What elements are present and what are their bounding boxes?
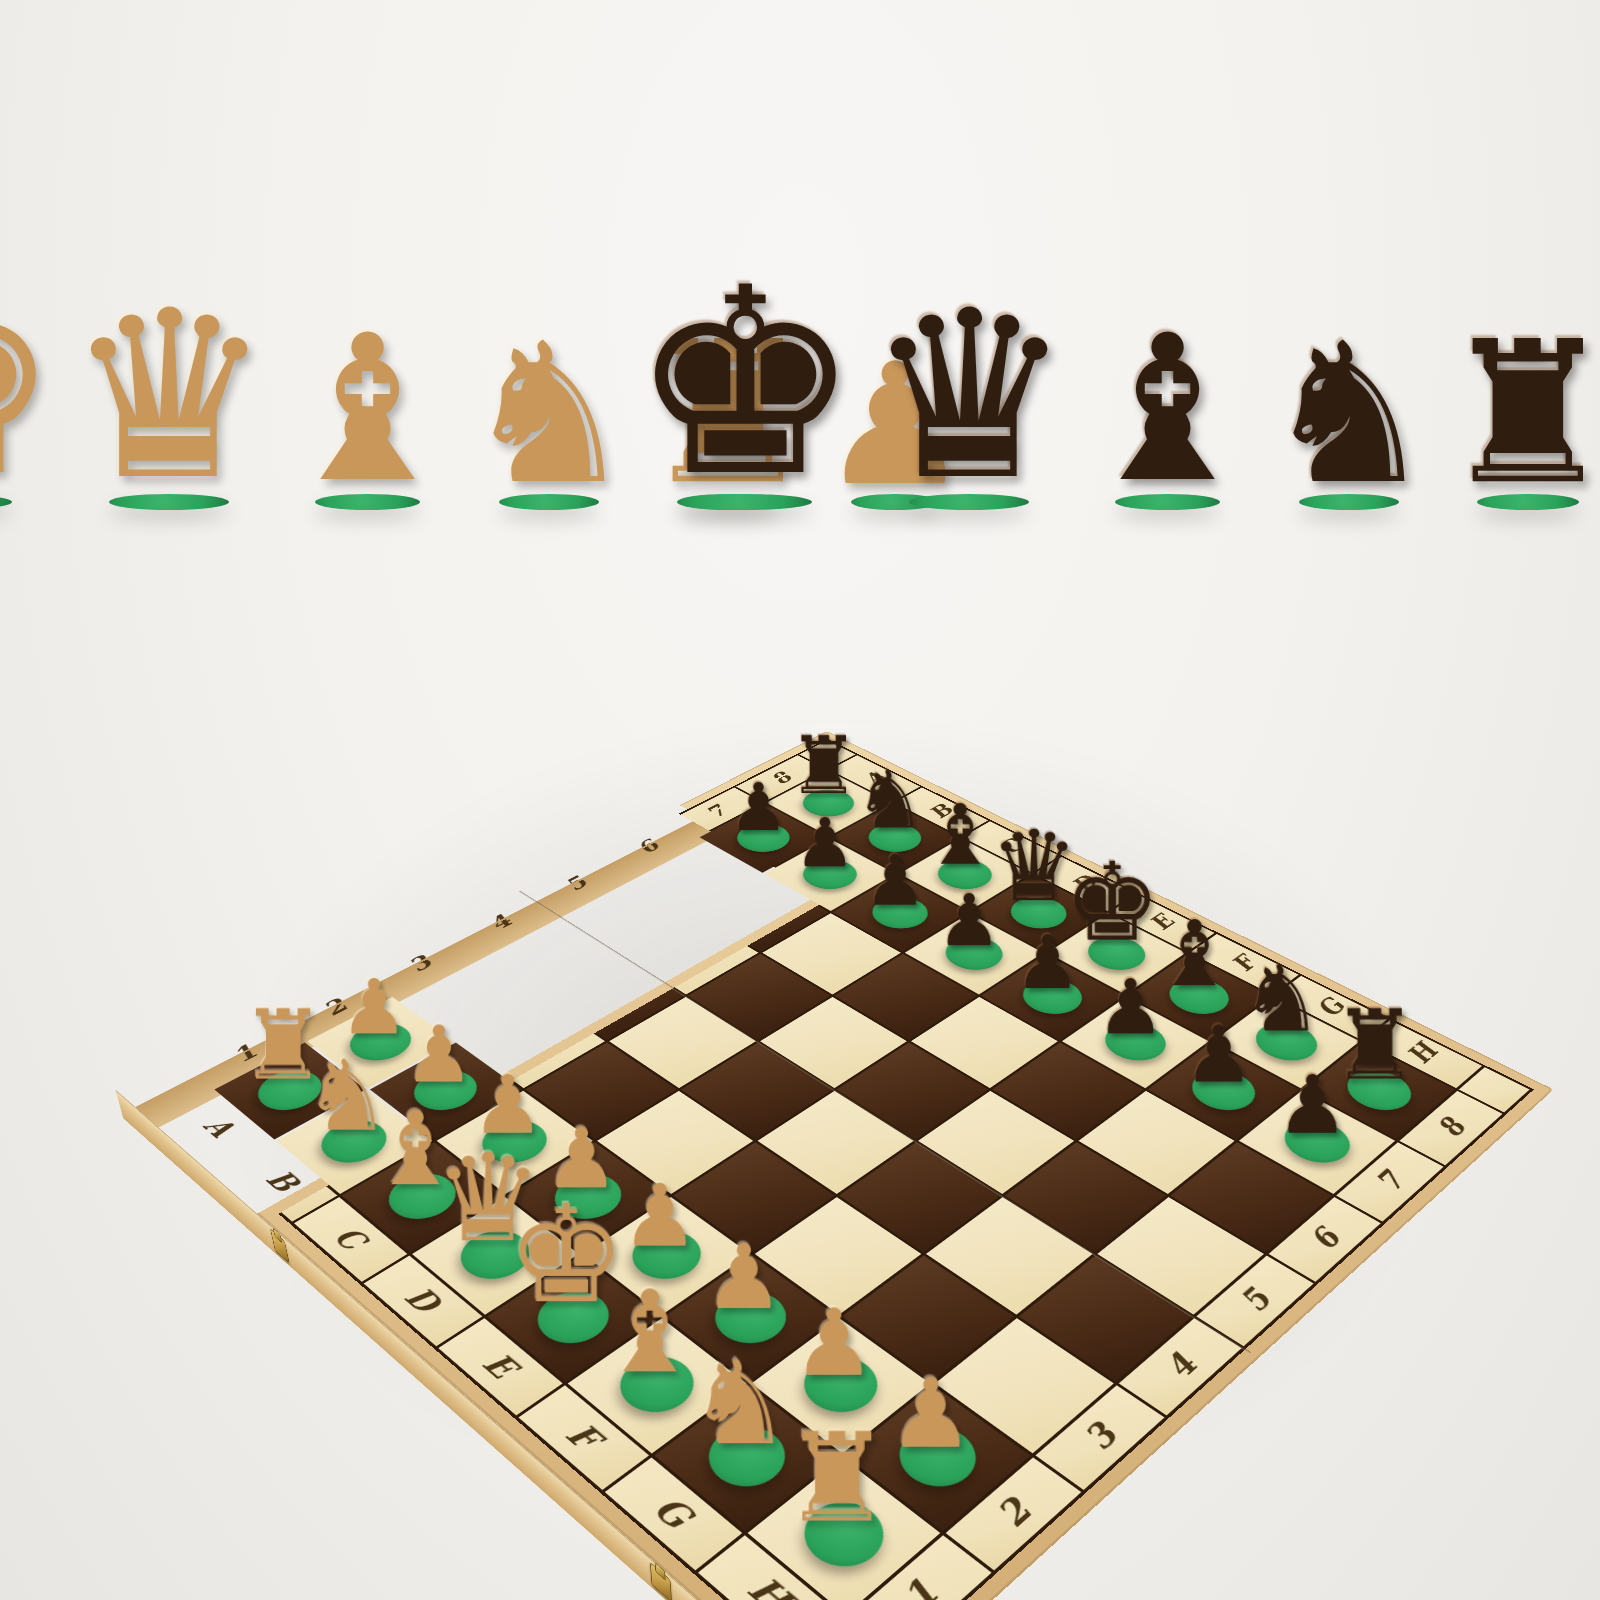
green-felt-base	[678, 494, 812, 510]
black-bishop-c8: ♝	[922, 793, 997, 876]
white-knight-g1: ♞	[687, 1345, 792, 1462]
rank-label: 7	[1369, 1167, 1411, 1194]
lineup-black: ♚♛♝♞♜♟	[800, 64, 1600, 510]
rank-label: 6	[1303, 1224, 1346, 1253]
white-pawn-a2: ♟	[340, 969, 408, 1045]
green-felt-base	[109, 494, 230, 510]
lineup-white-knight: ♞	[462, 322, 636, 510]
rank-label: 1	[895, 1574, 946, 1600]
black-bishop-figurine: ♝	[1077, 314, 1258, 506]
black-pawn-c7: ♟	[864, 846, 926, 916]
file-label: D	[398, 1283, 446, 1317]
green-felt-base	[1115, 494, 1220, 510]
lineup-black-knight: ♞	[1262, 322, 1436, 510]
lineup-black-queen: ♛	[865, 286, 1073, 510]
black-pawn-g7: ♟	[1183, 1015, 1253, 1093]
black-pawn-d7: ♟	[937, 884, 1001, 956]
white-bishop-f1: ♝	[598, 1275, 700, 1389]
white-pawn-h2: ♟	[888, 1365, 974, 1461]
white-pawn-e2: ♟	[621, 1173, 698, 1259]
lineup-white-queen: ♛	[65, 286, 273, 510]
black-knight-b8: ♞	[854, 760, 926, 840]
rank-label: 4	[1158, 1349, 1204, 1383]
lineup-black-rook: ♜	[1440, 320, 1600, 510]
rank-label: 4	[483, 913, 517, 933]
rank-label: 6	[632, 838, 664, 856]
lineup-black-king: ♚	[630, 261, 861, 510]
black-queen-figurine: ♛	[865, 286, 1073, 506]
white-pawn-b2: ♟	[404, 1015, 474, 1093]
black-rook-a8: ♜	[788, 726, 859, 805]
black-king-figurine: ♚	[630, 261, 861, 506]
white-knight-figurine: ♞	[462, 322, 636, 506]
black-knight-figurine: ♞	[1262, 322, 1436, 506]
white-pawn-g2: ♟	[792, 1296, 875, 1388]
black-pawn-e7: ♟	[1014, 925, 1080, 999]
file-label: G	[646, 1491, 699, 1534]
lineup-white-king: ♚	[0, 261, 61, 510]
board-scene: ABCDEFGH8♜♞♝♛♚♝♞♜87♟♟♟♟♟♟♟♟7665544332♟♟♟…	[0, 560, 1600, 1600]
product-photo: ♚♛♝♞♜♟ ♚♛♝♞♜♟ ABCDEFGH8♜♞♝♛♚♝♞♜87♟♟♟♟♟♟♟…	[0, 0, 1600, 1600]
file-label: B	[260, 1166, 305, 1196]
rank-label: 7	[701, 803, 733, 820]
black-pawn-a7: ♟	[729, 774, 788, 840]
file-label: F	[559, 1418, 607, 1454]
green-felt-base	[499, 494, 600, 510]
rank-label: 2	[990, 1493, 1039, 1532]
green-felt-base	[909, 494, 1030, 510]
black-bishop-f8: ♝	[1153, 908, 1234, 999]
black-rook-figurine: ♜	[1440, 320, 1600, 506]
piece-lineups: ♚♛♝♞♜♟ ♚♛♝♞♜♟	[0, 64, 1600, 510]
black-pawn-h7: ♟	[1276, 1064, 1348, 1145]
green-felt-base	[1299, 494, 1400, 510]
green-felt-base	[1477, 494, 1579, 510]
lineup-black-bishop: ♝	[1077, 314, 1258, 510]
green-felt-base	[315, 494, 420, 510]
rank-label: 5	[1233, 1284, 1278, 1315]
white-king-figurine: ♚	[0, 261, 61, 506]
white-bishop-figurine: ♝	[277, 314, 458, 506]
rank-label: 8	[1431, 1114, 1472, 1140]
black-pawn-f7: ♟	[1096, 969, 1164, 1045]
file-label: A	[198, 1114, 240, 1141]
lineup-white-bishop: ♝	[277, 314, 458, 510]
file-label: C	[328, 1223, 373, 1254]
rank-label: 5	[560, 874, 593, 893]
rank-label: 3	[1077, 1418, 1125, 1454]
white-pawn-f2: ♟	[704, 1232, 784, 1321]
black-pawn-b7: ♟	[794, 809, 855, 877]
file-label: H	[741, 1571, 799, 1600]
file-label: E	[476, 1348, 523, 1383]
white-rook-h1: ♜	[781, 1417, 891, 1540]
white-queen-figurine: ♛	[65, 286, 273, 506]
